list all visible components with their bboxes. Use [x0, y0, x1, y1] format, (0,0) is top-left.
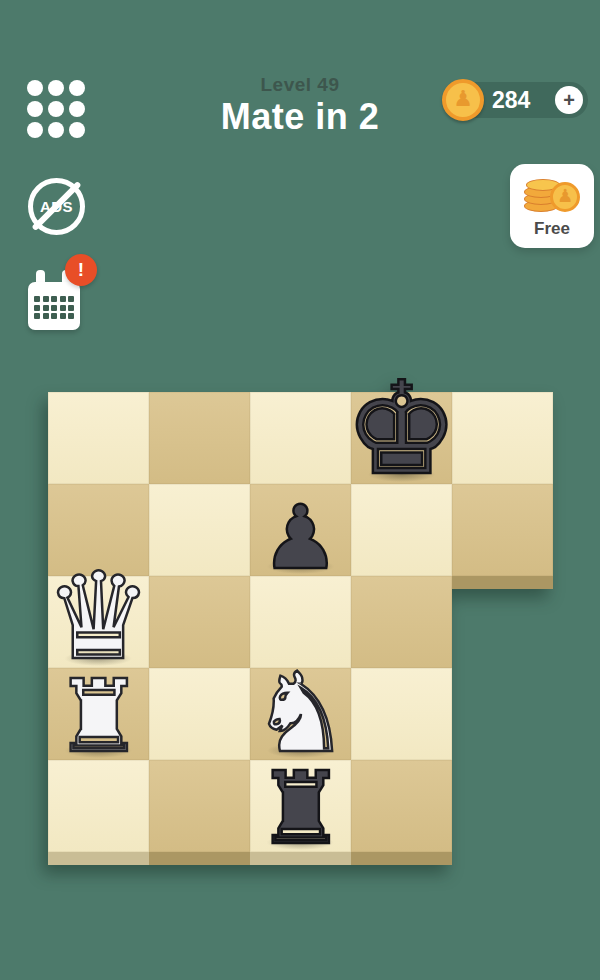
chess-board: ♚♟♛♜♞♜: [48, 392, 553, 852]
coin-stack-icon: ♟: [524, 176, 580, 216]
square-d2[interactable]: [351, 668, 452, 760]
square-b5[interactable]: [149, 392, 250, 484]
app-screen: Level 49 Mate in 2 ♟ 284 + ADS ! ♟ Free …: [0, 0, 600, 980]
square-a3[interactable]: ♛: [48, 576, 149, 668]
pawn-coin-icon: ♟: [442, 79, 484, 121]
plus-icon: +: [563, 90, 575, 110]
coin-count: 284: [492, 87, 530, 114]
square-e5[interactable]: [452, 392, 553, 484]
void-square-e3: [452, 576, 553, 668]
alert-badge: !: [65, 254, 97, 286]
square-c4[interactable]: ♟: [250, 484, 351, 576]
piece-black-rook[interactable]: ♜: [256, 768, 346, 850]
piece-black-pawn[interactable]: ♟: [261, 502, 340, 574]
add-coins-button[interactable]: +: [555, 86, 583, 114]
square-d5[interactable]: ♚: [351, 392, 452, 484]
calendar-day-grid: [34, 296, 74, 319]
square-b2[interactable]: [149, 668, 250, 760]
no-ads-label: ADS: [28, 198, 85, 215]
square-b3[interactable]: [149, 576, 250, 668]
square-b4[interactable]: [149, 484, 250, 576]
piece-black-king[interactable]: ♚: [344, 377, 459, 482]
piece-white-rook[interactable]: ♜: [54, 676, 144, 758]
square-d3[interactable]: [351, 576, 452, 668]
coin-pill[interactable]: ♟ 284 +: [446, 82, 588, 118]
square-c1[interactable]: ♜: [250, 760, 351, 852]
square-d1[interactable]: [351, 760, 452, 852]
void-square-e1: [452, 760, 553, 852]
square-a5[interactable]: [48, 392, 149, 484]
square-e4[interactable]: [452, 484, 553, 576]
free-reward-card[interactable]: ♟ Free: [510, 164, 594, 248]
no-ads-button[interactable]: ADS: [28, 178, 85, 235]
calendar-button[interactable]: !: [28, 262, 98, 332]
square-c5[interactable]: [250, 392, 351, 484]
square-a2[interactable]: ♜: [48, 668, 149, 760]
free-label: Free: [510, 219, 594, 239]
void-square-e2: [452, 668, 553, 760]
square-b1[interactable]: [149, 760, 250, 852]
square-c2[interactable]: ♞: [250, 668, 351, 760]
piece-white-queen[interactable]: ♛: [45, 568, 153, 666]
piece-white-knight[interactable]: ♞: [251, 668, 350, 758]
